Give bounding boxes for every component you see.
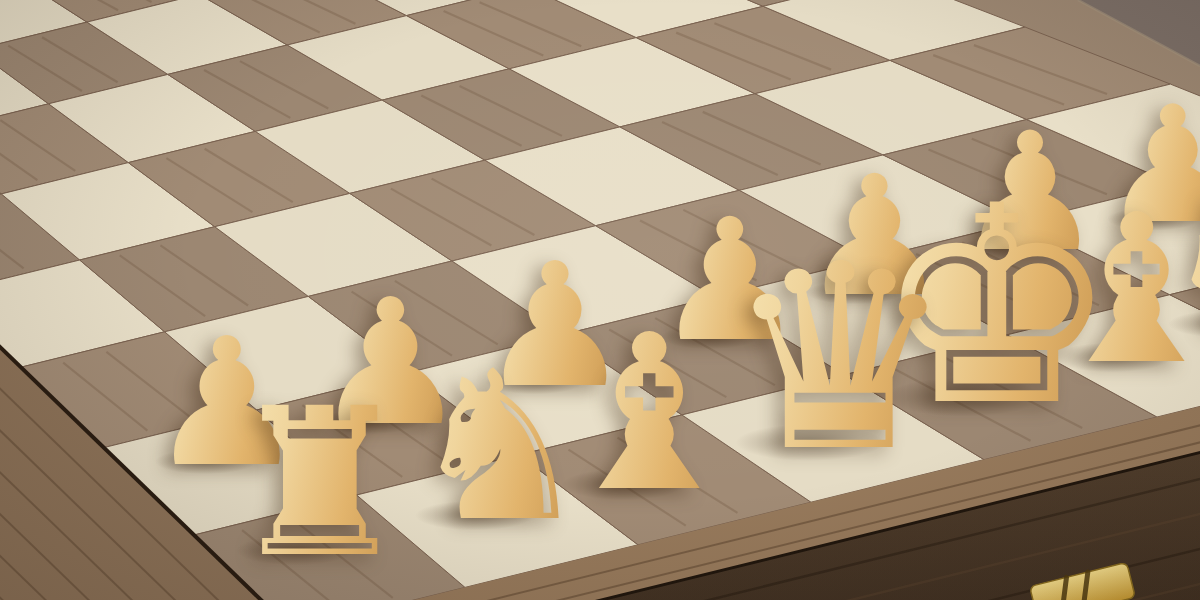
piece-white-knight-b1[interactable]: ♞: [396, 344, 603, 551]
pieces-layer: ♟♟♟♞♟♝♟♚♟♛♟♝♞♜: [0, 0, 1200, 600]
piece-white-rook-a1[interactable]: ♜: [218, 381, 423, 586]
scene: ♟♟♟♞♟♝♟♚♟♛♟♝♞♜: [0, 0, 1200, 600]
